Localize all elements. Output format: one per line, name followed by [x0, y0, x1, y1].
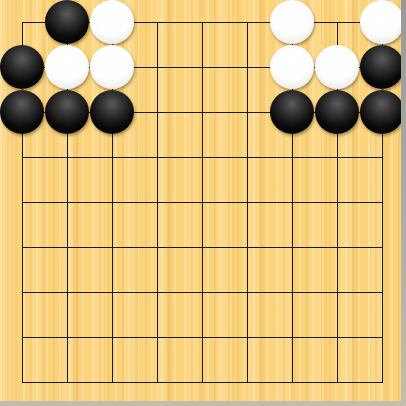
white-stone[interactable]	[90, 45, 134, 89]
white-stone[interactable]	[360, 0, 404, 44]
board-right-edge-shadow	[401, 0, 406, 406]
white-stone[interactable]	[45, 45, 89, 89]
black-stone[interactable]	[360, 45, 404, 89]
black-stone[interactable]	[45, 90, 89, 134]
black-stone[interactable]	[0, 45, 44, 89]
white-stone[interactable]	[315, 45, 359, 89]
black-stone[interactable]	[45, 0, 89, 44]
board-bottom-edge-shadow	[0, 401, 406, 406]
white-stone[interactable]	[90, 0, 134, 44]
white-stone[interactable]	[270, 0, 314, 44]
black-stone[interactable]	[315, 90, 359, 134]
go-board[interactable]	[0, 0, 406, 406]
white-stone[interactable]	[270, 45, 314, 89]
black-stone[interactable]	[0, 90, 44, 134]
black-stone[interactable]	[270, 90, 314, 134]
black-stone[interactable]	[90, 90, 134, 134]
black-stone[interactable]	[360, 90, 404, 134]
